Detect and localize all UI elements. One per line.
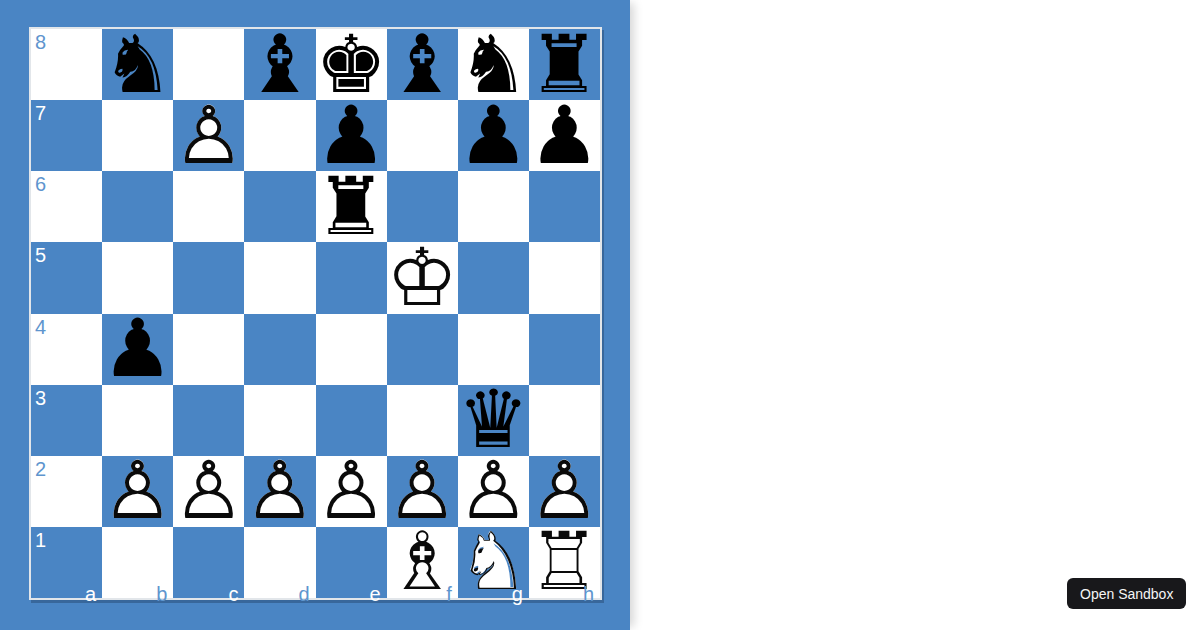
file-label-g: g <box>512 584 523 604</box>
piece-glyph: ♜ <box>316 171 387 242</box>
square-a7[interactable]: 7 <box>31 100 102 171</box>
square-g1[interactable]: ♞♘g <box>458 527 529 598</box>
file-label-h: h <box>583 584 594 604</box>
square-c7[interactable]: ♟♙ <box>173 100 244 171</box>
piece-outline-layer: ♙ <box>173 100 244 171</box>
square-g5[interactable] <box>458 242 529 313</box>
square-d5[interactable] <box>244 242 315 313</box>
piece-outline-layer: ♙ <box>244 456 315 527</box>
square-a3[interactable]: 3 <box>31 385 102 456</box>
square-f5[interactable]: ♚♔ <box>387 242 458 313</box>
piece-outline-layer: ♔ <box>387 242 458 313</box>
square-g7[interactable]: ♟ <box>458 100 529 171</box>
file-label-c: c <box>228 584 238 604</box>
square-b1[interactable]: b <box>102 527 173 598</box>
file-label-e: e <box>370 584 381 604</box>
square-a2[interactable]: 2 <box>31 456 102 527</box>
piece-white-pawn: ♟♙ <box>173 100 244 171</box>
rank-label-8: 8 <box>35 32 46 52</box>
rank-label-6: 6 <box>35 174 46 194</box>
square-g6[interactable] <box>458 171 529 242</box>
chess-board: 8♞♝♚♝♞♜7♟♙♟♟♟6♜5♚♔4♟3♛2♟♙♟♙♟♙♟♙♟♙♟♙♟♙1ab… <box>29 27 602 600</box>
square-c6[interactable] <box>173 171 244 242</box>
square-e2[interactable]: ♟♙ <box>316 456 387 527</box>
file-label-b: b <box>156 584 167 604</box>
piece-black-pawn: ♟ <box>102 314 173 385</box>
rank-label-3: 3 <box>35 388 46 408</box>
square-e4[interactable] <box>316 314 387 385</box>
piece-black-pawn: ♟ <box>529 100 600 171</box>
piece-black-bishop: ♝ <box>387 29 458 100</box>
piece-black-knight: ♞ <box>102 29 173 100</box>
file-label-f: f <box>446 584 452 604</box>
square-d7[interactable] <box>244 100 315 171</box>
square-c2[interactable]: ♟♙ <box>173 456 244 527</box>
square-a8[interactable]: 8 <box>31 29 102 100</box>
square-a4[interactable]: 4 <box>31 314 102 385</box>
square-a5[interactable]: 5 <box>31 242 102 313</box>
square-d6[interactable] <box>244 171 315 242</box>
square-f8[interactable]: ♝ <box>387 29 458 100</box>
piece-glyph: ♝ <box>387 29 458 100</box>
piece-black-bishop: ♝ <box>244 29 315 100</box>
square-e1[interactable]: e <box>316 527 387 598</box>
open-sandbox-button[interactable]: Open Sandbox <box>1067 578 1186 609</box>
piece-outline-layer: ♙ <box>102 456 173 527</box>
piece-white-pawn: ♟♙ <box>316 456 387 527</box>
square-d8[interactable]: ♝ <box>244 29 315 100</box>
square-b4[interactable]: ♟ <box>102 314 173 385</box>
square-e6[interactable]: ♜ <box>316 171 387 242</box>
file-label-a: a <box>85 584 96 604</box>
piece-glyph: ♟ <box>529 100 600 171</box>
piece-black-pawn: ♟ <box>458 100 529 171</box>
square-h6[interactable] <box>529 171 600 242</box>
piece-glyph: ♟ <box>102 314 173 385</box>
piece-outline-layer: ♙ <box>316 456 387 527</box>
piece-white-pawn: ♟♙ <box>173 456 244 527</box>
piece-glyph: ♟ <box>458 100 529 171</box>
square-a1[interactable]: 1a <box>31 527 102 598</box>
square-c5[interactable] <box>173 242 244 313</box>
square-f7[interactable] <box>387 100 458 171</box>
square-b8[interactable]: ♞ <box>102 29 173 100</box>
rank-label-2: 2 <box>35 459 46 479</box>
square-f4[interactable] <box>387 314 458 385</box>
piece-glyph: ♞ <box>102 29 173 100</box>
rank-label-7: 7 <box>35 103 46 123</box>
square-f1[interactable]: ♝♗f <box>387 527 458 598</box>
piece-white-pawn: ♟♙ <box>102 456 173 527</box>
piece-glyph: ♝ <box>244 29 315 100</box>
square-e5[interactable] <box>316 242 387 313</box>
square-b7[interactable] <box>102 100 173 171</box>
square-d4[interactable] <box>244 314 315 385</box>
piece-white-king: ♚♔ <box>387 242 458 313</box>
piece-black-rook: ♜ <box>316 171 387 242</box>
square-c1[interactable]: c <box>173 527 244 598</box>
piece-outline-layer: ♙ <box>173 456 244 527</box>
square-h1[interactable]: ♜♖h <box>529 527 600 598</box>
square-h7[interactable]: ♟ <box>529 100 600 171</box>
square-d1[interactable]: d <box>244 527 315 598</box>
square-b6[interactable] <box>102 171 173 242</box>
square-a6[interactable]: 6 <box>31 171 102 242</box>
rank-label-4: 4 <box>35 317 46 337</box>
square-h4[interactable] <box>529 314 600 385</box>
board-panel: 8♞♝♚♝♞♜7♟♙♟♟♟6♜5♚♔4♟3♛2♟♙♟♙♟♙♟♙♟♙♟♙♟♙1ab… <box>0 0 630 630</box>
rank-label-5: 5 <box>35 245 46 265</box>
square-h5[interactable] <box>529 242 600 313</box>
square-c4[interactable] <box>173 314 244 385</box>
square-b2[interactable]: ♟♙ <box>102 456 173 527</box>
rank-label-1: 1 <box>35 530 46 550</box>
piece-white-pawn: ♟♙ <box>244 456 315 527</box>
square-d2[interactable]: ♟♙ <box>244 456 315 527</box>
file-label-d: d <box>298 584 309 604</box>
